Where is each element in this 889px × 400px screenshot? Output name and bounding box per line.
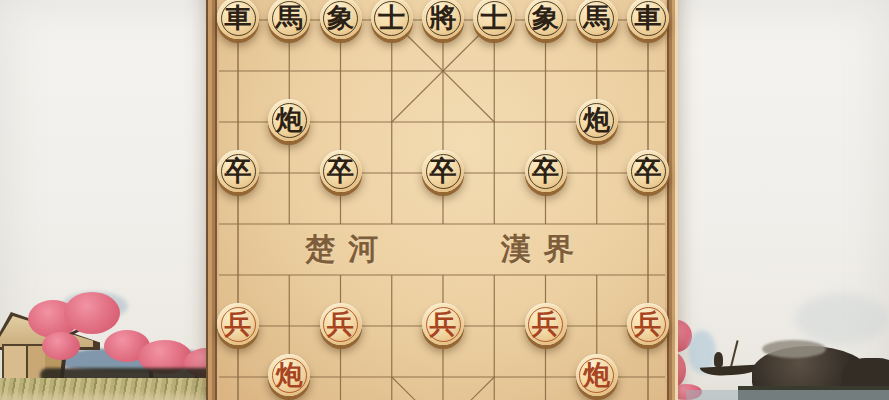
piece-black-cannon[interactable]: 炮 [576, 99, 618, 141]
piece-glyph: 將 [430, 4, 457, 31]
piece-glyph: 象 [327, 4, 354, 31]
water-wash [686, 390, 889, 400]
piece-glyph: 馬 [583, 4, 610, 31]
piece-black-soldier[interactable]: 卒 [217, 150, 259, 192]
piece-glyph: 炮 [276, 106, 303, 133]
piece-red-soldier[interactable]: 兵 [320, 303, 362, 345]
piece-glyph: 車 [225, 4, 252, 31]
piece-glyph: 卒 [327, 157, 354, 184]
piece-red-cannon[interactable]: 炮 [268, 354, 310, 396]
peach-blossom [64, 292, 120, 334]
piece-glyph: 卒 [635, 157, 662, 184]
piece-glyph: 兵 [430, 310, 457, 337]
piece-glyph: 兵 [327, 310, 354, 337]
piece-glyph: 象 [532, 4, 559, 31]
grass-field [0, 378, 238, 400]
piece-black-soldier[interactable]: 卒 [525, 150, 567, 192]
piece-glyph: 炮 [583, 106, 610, 133]
piece-black-soldier[interactable]: 卒 [627, 150, 669, 192]
piece-glyph: 車 [635, 4, 662, 31]
piece-black-soldier[interactable]: 卒 [320, 150, 362, 192]
piece-glyph: 卒 [225, 157, 252, 184]
peach-blossom [42, 332, 80, 360]
piece-glyph: 炮 [276, 361, 303, 388]
river-label-chu-he: 楚河 [305, 229, 391, 270]
piece-red-soldier[interactable]: 兵 [217, 303, 259, 345]
piece-black-cannon[interactable]: 炮 [268, 99, 310, 141]
piece-red-soldier[interactable]: 兵 [525, 303, 567, 345]
piece-black-soldier[interactable]: 卒 [422, 150, 464, 192]
piece-red-cannon[interactable]: 炮 [576, 354, 618, 396]
distant-wash-right [795, 293, 889, 345]
piece-glyph: 兵 [635, 310, 662, 337]
piece-glyph: 兵 [532, 310, 559, 337]
piece-red-soldier[interactable]: 兵 [422, 303, 464, 345]
board-frame-left [206, 0, 219, 400]
piece-glyph: 卒 [430, 157, 457, 184]
board-frame-right [665, 0, 678, 400]
piece-glyph: 兵 [225, 310, 252, 337]
rock-top-light [762, 340, 826, 358]
river-label-han-jie: 漢界 [501, 229, 587, 270]
fisherman [714, 352, 723, 367]
piece-red-soldier[interactable]: 兵 [627, 303, 669, 345]
xiangqi-app-screen: 楚河 漢界 車馬象士將士象馬車炮炮卒卒卒卒卒兵兵兵兵炮兵炮 [0, 0, 889, 400]
piece-glyph: 炮 [583, 361, 610, 388]
piece-glyph: 士 [481, 4, 508, 31]
piece-glyph: 馬 [276, 4, 303, 31]
piece-glyph: 士 [378, 4, 405, 31]
piece-glyph: 卒 [532, 157, 559, 184]
